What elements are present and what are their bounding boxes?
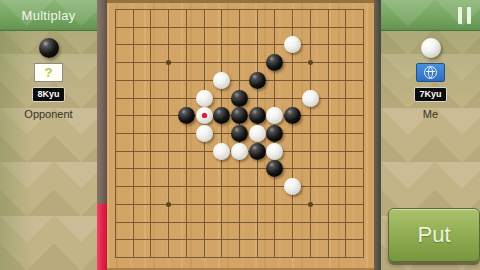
stone-black	[249, 107, 266, 124]
put-button-label: Put	[417, 222, 450, 248]
stone-white	[231, 143, 248, 160]
board-surface[interactable]	[107, 0, 374, 270]
star-point	[308, 60, 313, 65]
right-title-bar	[381, 0, 480, 31]
me-panel: 7Kyu Me Put	[381, 0, 480, 270]
opponent-name: Opponent	[24, 108, 72, 120]
me-name: Me	[423, 108, 438, 120]
stone-black	[178, 107, 195, 124]
unknown-flag-question: ?	[45, 66, 53, 79]
timer-track	[97, 0, 107, 270]
stone-white	[196, 107, 213, 124]
star-point	[308, 202, 313, 207]
stone-black	[231, 90, 248, 107]
game-screen: Multiplay ? 8Kyu Opponent	[0, 0, 480, 270]
un-emblem-icon	[424, 66, 437, 79]
opponent-stone-black-icon	[39, 38, 59, 58]
opponent-panel: Multiplay ? 8Kyu Opponent	[0, 0, 97, 270]
me-stone-white-icon	[421, 38, 441, 58]
page-title: Multiplay	[22, 8, 76, 23]
me-rank-badge: 7Kyu	[414, 87, 446, 102]
put-button[interactable]: Put	[388, 208, 480, 262]
board-frame-right	[374, 0, 381, 270]
stone-white	[213, 72, 230, 89]
last-move-marker	[202, 113, 207, 118]
opponent-info: ? 8Kyu Opponent	[0, 31, 97, 120]
stone-white	[266, 143, 283, 160]
opponent-flag-unknown-icon: ?	[34, 63, 63, 82]
title-bar: Multiplay	[0, 0, 97, 31]
stone-white	[196, 125, 213, 142]
un-flag-icon	[416, 63, 445, 82]
gomoku-board	[97, 0, 381, 270]
pause-icon	[458, 7, 462, 24]
stone-black	[231, 125, 248, 142]
stone-black	[249, 72, 266, 89]
me-info: 7Kyu Me	[381, 31, 480, 120]
opponent-rank-badge: 8Kyu	[32, 87, 64, 102]
stone-black	[249, 143, 266, 160]
stone-white	[213, 143, 230, 160]
stone-white	[302, 90, 319, 107]
pause-button[interactable]	[458, 7, 471, 24]
timer-fill	[97, 204, 107, 270]
star-point	[166, 202, 171, 207]
stone-white	[196, 90, 213, 107]
stone-white	[249, 125, 266, 142]
pause-icon	[467, 7, 471, 24]
